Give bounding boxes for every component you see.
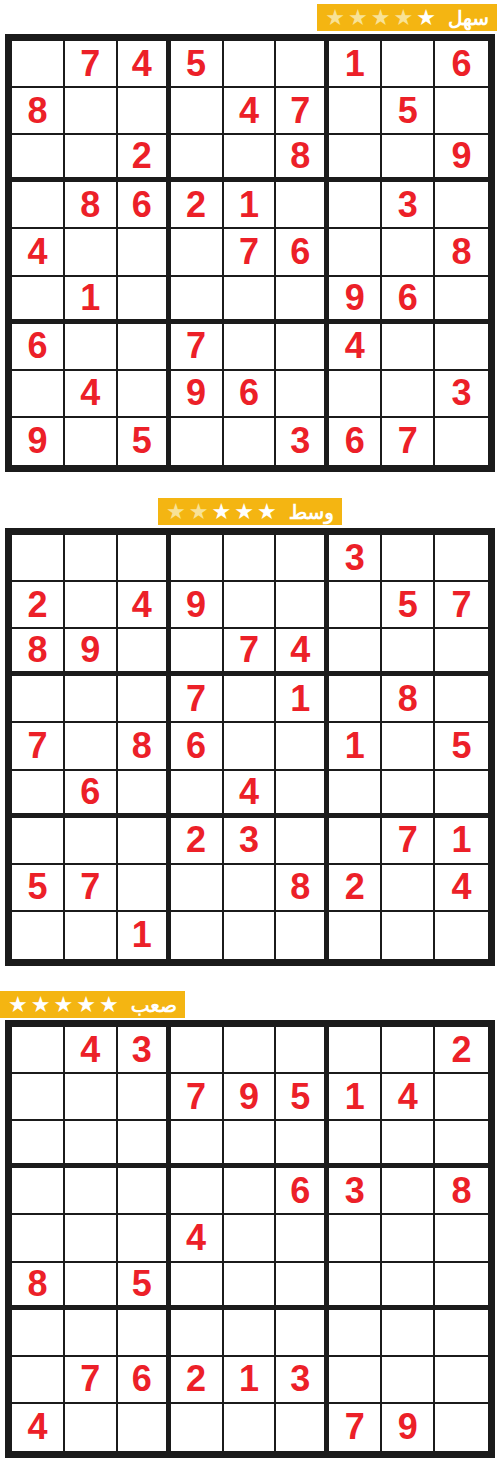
cell-given-r8c2[interactable]: 7 xyxy=(65,1357,118,1404)
cell-empty-r3c7[interactable] xyxy=(329,135,382,182)
star-empty-icon: ★ xyxy=(371,7,391,29)
star-filled-icon: ★ xyxy=(99,994,119,1016)
cell-empty-r7c9[interactable] xyxy=(435,1310,488,1357)
cell-empty-r3c7[interactable] xyxy=(329,629,382,676)
cell-given-r1c4[interactable]: 5 xyxy=(171,41,224,88)
cell-empty-r6c6[interactable] xyxy=(276,771,329,818)
cell-empty-r8c8[interactable] xyxy=(382,1357,435,1404)
cell-empty-r6c3[interactable] xyxy=(118,277,171,324)
cell-empty-r6c5[interactable] xyxy=(224,1263,277,1310)
cell-given-r1c2[interactable]: 7 xyxy=(65,41,118,88)
cell-empty-r6c1[interactable] xyxy=(12,771,65,818)
cell-empty-r5c8[interactable] xyxy=(382,1215,435,1262)
cell-given-r4c6[interactable]: 6 xyxy=(276,1168,329,1215)
puzzle-hard: ★★★★★ صعب 4327951463848576213479 xyxy=(0,991,500,1458)
cell-empty-r1c8[interactable] xyxy=(382,535,435,582)
cell-empty-r7c7[interactable] xyxy=(329,818,382,865)
cell-given-r9c7[interactable]: 6 xyxy=(329,418,382,465)
cell-given-r2c3[interactable]: 4 xyxy=(118,582,171,629)
cell-empty-r1c8[interactable] xyxy=(382,1027,435,1074)
cell-given-r7c9[interactable]: 1 xyxy=(435,818,488,865)
cell-empty-r1c5[interactable] xyxy=(224,1027,277,1074)
cell-empty-r8c8[interactable] xyxy=(382,371,435,418)
cell-empty-r3c2[interactable] xyxy=(65,1121,118,1168)
cell-empty-r7c8[interactable] xyxy=(382,324,435,371)
sudoku-page: ★★★★★ سهل 745168475289862134768196674496… xyxy=(0,4,500,1458)
cell-empty-r3c3[interactable] xyxy=(118,629,171,676)
cell-empty-r4c7[interactable] xyxy=(329,182,382,229)
cell-given-r7c7[interactable]: 4 xyxy=(329,324,382,371)
cell-given-r9c8[interactable]: 7 xyxy=(382,418,435,465)
sudoku-board-medium: 324957897471878615642371578241 xyxy=(5,528,495,966)
cell-empty-r4c2[interactable] xyxy=(65,1168,118,1215)
cell-given-r5c7[interactable]: 1 xyxy=(329,723,382,770)
cell-empty-r5c5[interactable] xyxy=(224,1215,277,1262)
cell-given-r5c9[interactable]: 5 xyxy=(435,723,488,770)
cell-empty-r7c8[interactable] xyxy=(382,1310,435,1357)
cell-given-r2c5[interactable]: 9 xyxy=(224,1074,277,1121)
cell-empty-r3c4[interactable] xyxy=(171,1121,224,1168)
cell-empty-r7c5[interactable] xyxy=(224,1310,277,1357)
cell-empty-r2c5[interactable] xyxy=(224,582,277,629)
cell-empty-r9c7[interactable] xyxy=(329,912,382,959)
cell-empty-r3c2[interactable] xyxy=(65,135,118,182)
cell-empty-r3c5[interactable] xyxy=(224,1121,277,1168)
cell-empty-r1c8[interactable] xyxy=(382,41,435,88)
cell-empty-r9c3[interactable] xyxy=(118,1404,171,1451)
cell-empty-r6c4[interactable] xyxy=(171,277,224,324)
cell-empty-r9c4[interactable] xyxy=(171,418,224,465)
cell-given-r8c2[interactable]: 7 xyxy=(65,865,118,912)
cell-empty-r3c7[interactable] xyxy=(329,1121,382,1168)
cell-empty-r1c6[interactable] xyxy=(276,1027,329,1074)
banner-row-medium: ★★★★★ وسط xyxy=(0,498,500,525)
cell-empty-r4c1[interactable] xyxy=(12,1168,65,1215)
cell-given-r1c7[interactable]: 1 xyxy=(329,41,382,88)
cell-empty-r1c1[interactable] xyxy=(12,535,65,582)
cell-empty-r3c6[interactable] xyxy=(276,1121,329,1168)
puzzle-medium: ★★★★★ وسط 324957897471878615642371578241 xyxy=(0,498,500,966)
cell-empty-r9c5[interactable] xyxy=(224,912,277,959)
cell-empty-r9c2[interactable] xyxy=(65,418,118,465)
cell-empty-r5c8[interactable] xyxy=(382,229,435,276)
cell-empty-r8c7[interactable] xyxy=(329,371,382,418)
cell-empty-r1c6[interactable] xyxy=(276,41,329,88)
star-filled-icon: ★ xyxy=(76,994,96,1016)
cell-empty-r3c5[interactable] xyxy=(224,135,277,182)
cell-empty-r9c5[interactable] xyxy=(224,1404,277,1451)
cell-empty-r5c7[interactable] xyxy=(329,229,382,276)
cell-empty-r4c3[interactable] xyxy=(118,1168,171,1215)
cell-given-r4c6[interactable]: 1 xyxy=(276,676,329,723)
cell-empty-r5c3[interactable] xyxy=(118,229,171,276)
cell-empty-r1c1[interactable] xyxy=(12,41,65,88)
cell-empty-r1c6[interactable] xyxy=(276,535,329,582)
star-empty-icon: ★ xyxy=(348,7,368,29)
cell-empty-r6c6[interactable] xyxy=(276,277,329,324)
cell-empty-r8c9[interactable] xyxy=(435,1357,488,1404)
cell-given-r7c8[interactable]: 7 xyxy=(382,818,435,865)
cell-given-r8c9[interactable]: 4 xyxy=(435,865,488,912)
cell-empty-r4c3[interactable] xyxy=(118,676,171,723)
cell-given-r3c6[interactable]: 8 xyxy=(276,135,329,182)
cell-given-r5c4[interactable]: 6 xyxy=(171,723,224,770)
cell-given-r8c6[interactable]: 8 xyxy=(276,865,329,912)
cell-empty-r2c1[interactable] xyxy=(12,1074,65,1121)
cell-given-r7c5[interactable]: 3 xyxy=(224,818,277,865)
cell-given-r2c4[interactable]: 7 xyxy=(171,1074,224,1121)
cell-empty-r4c6[interactable] xyxy=(276,182,329,229)
cell-given-r6c7[interactable]: 9 xyxy=(329,277,382,324)
banner-row-hard: ★★★★★ صعب xyxy=(0,991,500,1018)
cell-empty-r4c9[interactable] xyxy=(435,182,488,229)
star-filled-icon: ★ xyxy=(8,994,28,1016)
cell-empty-r9c8[interactable] xyxy=(382,912,435,959)
sudoku-board-hard: 4327951463848576213479 xyxy=(5,1020,495,1458)
cell-empty-r5c6[interactable] xyxy=(276,1215,329,1262)
cell-given-r8c1[interactable]: 5 xyxy=(12,865,65,912)
cell-empty-r1c4[interactable] xyxy=(171,535,224,582)
cell-given-r5c3[interactable]: 8 xyxy=(118,723,171,770)
cell-empty-r5c5[interactable] xyxy=(224,723,277,770)
difficulty-label-hard: صعب xyxy=(131,995,177,1015)
cell-given-r8c5[interactable]: 1 xyxy=(224,1357,277,1404)
cell-empty-r3c1[interactable] xyxy=(12,1121,65,1168)
cell-empty-r9c1[interactable] xyxy=(12,912,65,959)
cell-empty-r5c3[interactable] xyxy=(118,1215,171,1262)
cell-empty-r9c5[interactable] xyxy=(224,418,277,465)
cell-given-r2c7[interactable]: 1 xyxy=(329,1074,382,1121)
cell-given-r3c2[interactable]: 9 xyxy=(65,629,118,676)
cell-empty-r4c2[interactable] xyxy=(65,676,118,723)
cell-given-r6c5[interactable]: 4 xyxy=(224,771,277,818)
cell-empty-r6c9[interactable] xyxy=(435,277,488,324)
cell-given-r5c6[interactable]: 6 xyxy=(276,229,329,276)
cell-empty-r4c4[interactable] xyxy=(171,1168,224,1215)
cell-given-r2c8[interactable]: 5 xyxy=(382,88,435,135)
cell-empty-r3c4[interactable] xyxy=(171,135,224,182)
cell-given-r1c2[interactable]: 4 xyxy=(65,1027,118,1074)
cell-empty-r8c8[interactable] xyxy=(382,865,435,912)
cell-given-r8c9[interactable]: 3 xyxy=(435,371,488,418)
cell-empty-r5c2[interactable] xyxy=(65,723,118,770)
star-filled-icon: ★ xyxy=(31,994,51,1016)
cell-empty-r5c7[interactable] xyxy=(329,1215,382,1262)
cell-given-r8c6[interactable]: 3 xyxy=(276,1357,329,1404)
cell-empty-r9c4[interactable] xyxy=(171,912,224,959)
star-empty-icon: ★ xyxy=(166,501,186,523)
cell-given-r2c6[interactable]: 7 xyxy=(276,88,329,135)
cell-empty-r1c4[interactable] xyxy=(171,1027,224,1074)
cell-empty-r9c2[interactable] xyxy=(65,1404,118,1451)
cell-empty-r7c3[interactable] xyxy=(118,324,171,371)
cell-given-r6c3[interactable]: 5 xyxy=(118,1263,171,1310)
cell-given-r3c9[interactable]: 9 xyxy=(435,135,488,182)
cell-empty-r6c1[interactable] xyxy=(12,277,65,324)
cell-given-r7c1[interactable]: 6 xyxy=(12,324,65,371)
cell-empty-r6c5[interactable] xyxy=(224,277,277,324)
cell-empty-r6c8[interactable] xyxy=(382,1263,435,1310)
cell-empty-r3c1[interactable] xyxy=(12,135,65,182)
cell-empty-r1c5[interactable] xyxy=(224,41,277,88)
cell-given-r8c7[interactable]: 2 xyxy=(329,865,382,912)
cell-empty-r4c8[interactable] xyxy=(382,1168,435,1215)
cell-given-r1c9[interactable]: 2 xyxy=(435,1027,488,1074)
cell-empty-r6c8[interactable] xyxy=(382,771,435,818)
cell-given-r8c4[interactable]: 9 xyxy=(171,371,224,418)
cell-empty-r9c2[interactable] xyxy=(65,912,118,959)
cell-empty-r3c9[interactable] xyxy=(435,629,488,676)
cell-given-r1c3[interactable]: 4 xyxy=(118,41,171,88)
cell-empty-r4c1[interactable] xyxy=(12,182,65,229)
cell-empty-r3c3[interactable] xyxy=(118,1121,171,1168)
cell-given-r4c5[interactable]: 1 xyxy=(224,182,277,229)
cell-given-r9c3[interactable]: 5 xyxy=(118,418,171,465)
cell-given-r5c1[interactable]: 4 xyxy=(12,229,65,276)
cell-empty-r2c3[interactable] xyxy=(118,88,171,135)
difficulty-stars-medium: ★★★★★ xyxy=(166,501,280,523)
cell-empty-r5c6[interactable] xyxy=(276,723,329,770)
cell-empty-r3c8[interactable] xyxy=(382,135,435,182)
cell-given-r5c5[interactable]: 7 xyxy=(224,229,277,276)
cell-given-r3c5[interactable]: 7 xyxy=(224,629,277,676)
cell-empty-r1c3[interactable] xyxy=(118,535,171,582)
cell-empty-r6c9[interactable] xyxy=(435,771,488,818)
cell-empty-r7c7[interactable] xyxy=(329,1310,382,1357)
cell-empty-r9c4[interactable] xyxy=(171,1404,224,1451)
cell-given-r9c3[interactable]: 1 xyxy=(118,912,171,959)
cell-given-r9c7[interactable]: 7 xyxy=(329,1404,382,1451)
cell-empty-r2c2[interactable] xyxy=(65,88,118,135)
cell-given-r5c1[interactable]: 7 xyxy=(12,723,65,770)
cell-given-r8c5[interactable]: 6 xyxy=(224,371,277,418)
cell-empty-r7c5[interactable] xyxy=(224,324,277,371)
cell-empty-r1c7[interactable] xyxy=(329,1027,382,1074)
cell-given-r6c2[interactable]: 1 xyxy=(65,277,118,324)
cell-given-r1c9[interactable]: 6 xyxy=(435,41,488,88)
cell-empty-r4c9[interactable] xyxy=(435,676,488,723)
cell-empty-r4c5[interactable] xyxy=(224,1168,277,1215)
cell-empty-r7c2[interactable] xyxy=(65,1310,118,1357)
cell-given-r2c8[interactable]: 5 xyxy=(382,582,435,629)
cell-empty-r7c6[interactable] xyxy=(276,324,329,371)
cell-empty-r8c1[interactable] xyxy=(12,1357,65,1404)
cell-empty-r2c9[interactable] xyxy=(435,1074,488,1121)
cell-empty-r6c7[interactable] xyxy=(329,1263,382,1310)
cell-given-r2c1[interactable]: 8 xyxy=(12,88,65,135)
cell-empty-r6c4[interactable] xyxy=(171,1263,224,1310)
cell-given-r9c1[interactable]: 9 xyxy=(12,418,65,465)
cell-empty-r7c1[interactable] xyxy=(12,818,65,865)
cell-given-r7c4[interactable]: 7 xyxy=(171,324,224,371)
cell-empty-r3c4[interactable] xyxy=(171,629,224,676)
cell-given-r7c4[interactable]: 2 xyxy=(171,818,224,865)
cell-given-r2c9[interactable]: 7 xyxy=(435,582,488,629)
cell-given-r9c6[interactable]: 3 xyxy=(276,418,329,465)
cell-empty-r6c4[interactable] xyxy=(171,771,224,818)
star-filled-icon: ★ xyxy=(211,501,231,523)
cell-given-r2c1[interactable]: 2 xyxy=(12,582,65,629)
cell-empty-r9c6[interactable] xyxy=(276,1404,329,1451)
cell-empty-r3c8[interactable] xyxy=(382,629,435,676)
cell-empty-r1c5[interactable] xyxy=(224,535,277,582)
cell-empty-r2c6[interactable] xyxy=(276,582,329,629)
cell-given-r3c6[interactable]: 4 xyxy=(276,629,329,676)
cell-empty-r5c9[interactable] xyxy=(435,1215,488,1262)
cell-given-r8c3[interactable]: 6 xyxy=(118,1357,171,1404)
cell-given-r9c8[interactable]: 9 xyxy=(382,1404,435,1451)
cell-given-r4c3[interactable]: 6 xyxy=(118,182,171,229)
difficulty-stars-easy: ★★★★★ xyxy=(325,7,439,29)
cell-given-r6c1[interactable]: 8 xyxy=(12,1263,65,1310)
difficulty-label-medium: وسط xyxy=(289,502,334,522)
cell-empty-r7c3[interactable] xyxy=(118,1310,171,1357)
cell-given-r4c2[interactable]: 8 xyxy=(65,182,118,229)
star-empty-icon: ★ xyxy=(393,7,413,29)
banner-row-easy: ★★★★★ سهل xyxy=(0,4,500,31)
cell-empty-r7c3[interactable] xyxy=(118,818,171,865)
cell-given-r4c7[interactable]: 3 xyxy=(329,1168,382,1215)
cell-given-r4c9[interactable]: 8 xyxy=(435,1168,488,1215)
cell-given-r4c8[interactable]: 3 xyxy=(382,182,435,229)
cell-given-r8c4[interactable]: 2 xyxy=(171,1357,224,1404)
cell-empty-r7c2[interactable] xyxy=(65,324,118,371)
cell-empty-r6c3[interactable] xyxy=(118,771,171,818)
cell-empty-r5c4[interactable] xyxy=(171,229,224,276)
star-empty-icon: ★ xyxy=(189,501,209,523)
sudoku-board-easy: 745168475289862134768196674496395367 xyxy=(5,34,495,472)
cell-empty-r8c6[interactable] xyxy=(276,371,329,418)
cell-empty-r3c9[interactable] xyxy=(435,1121,488,1168)
cell-empty-r9c9[interactable] xyxy=(435,912,488,959)
cell-empty-r2c2[interactable] xyxy=(65,1074,118,1121)
cell-empty-r8c7[interactable] xyxy=(329,1357,382,1404)
cell-empty-r9c9[interactable] xyxy=(435,1404,488,1451)
cell-empty-r8c3[interactable] xyxy=(118,865,171,912)
puzzle-easy: ★★★★★ سهل 745168475289862134768196674496… xyxy=(0,4,500,472)
cell-empty-r8c4[interactable] xyxy=(171,865,224,912)
cell-empty-r5c1[interactable] xyxy=(12,1215,65,1262)
difficulty-label-easy: سهل xyxy=(448,8,489,28)
cell-given-r5c4[interactable]: 4 xyxy=(171,1215,224,1262)
cell-given-r1c3[interactable]: 3 xyxy=(118,1027,171,1074)
difficulty-banner-medium: ★★★★★ وسط xyxy=(158,498,342,525)
cell-given-r4c8[interactable]: 8 xyxy=(382,676,435,723)
cell-empty-r7c6[interactable] xyxy=(276,818,329,865)
cell-given-r2c6[interactable]: 5 xyxy=(276,1074,329,1121)
cell-empty-r2c4[interactable] xyxy=(171,88,224,135)
cell-empty-r9c6[interactable] xyxy=(276,912,329,959)
cell-given-r5c9[interactable]: 8 xyxy=(435,229,488,276)
cell-empty-r1c2[interactable] xyxy=(65,535,118,582)
cell-empty-r2c7[interactable] xyxy=(329,582,382,629)
cell-empty-r6c7[interactable] xyxy=(329,771,382,818)
cell-empty-r2c2[interactable] xyxy=(65,582,118,629)
cell-empty-r7c1[interactable] xyxy=(12,1310,65,1357)
difficulty-stars-hard: ★★★★★ xyxy=(8,994,122,1016)
cell-empty-r6c9[interactable] xyxy=(435,1263,488,1310)
cell-empty-r1c9[interactable] xyxy=(435,535,488,582)
cell-given-r9c1[interactable]: 4 xyxy=(12,1404,65,1451)
cell-given-r4c4[interactable]: 2 xyxy=(171,182,224,229)
cell-empty-r2c7[interactable] xyxy=(329,88,382,135)
difficulty-banner-easy: ★★★★★ سهل xyxy=(317,4,497,31)
cell-given-r2c4[interactable]: 9 xyxy=(171,582,224,629)
star-filled-icon: ★ xyxy=(53,994,73,1016)
cell-given-r8c2[interactable]: 4 xyxy=(65,371,118,418)
star-filled-icon: ★ xyxy=(416,7,436,29)
cell-empty-r1c1[interactable] xyxy=(12,1027,65,1074)
cell-empty-r5c8[interactable] xyxy=(382,723,435,770)
cell-empty-r2c3[interactable] xyxy=(118,1074,171,1121)
star-filled-icon: ★ xyxy=(234,501,254,523)
cell-empty-r6c6[interactable] xyxy=(276,1263,329,1310)
cell-empty-r4c7[interactable] xyxy=(329,676,382,723)
cell-given-r2c8[interactable]: 4 xyxy=(382,1074,435,1121)
cell-empty-r2c9[interactable] xyxy=(435,88,488,135)
cell-empty-r8c1[interactable] xyxy=(12,371,65,418)
cell-given-r4c4[interactable]: 7 xyxy=(171,676,224,723)
cell-empty-r9c9[interactable] xyxy=(435,418,488,465)
difficulty-banner-hard: ★★★★★ صعب xyxy=(0,991,185,1018)
cell-given-r3c3[interactable]: 2 xyxy=(118,135,171,182)
cell-empty-r8c3[interactable] xyxy=(118,371,171,418)
cell-empty-r4c1[interactable] xyxy=(12,676,65,723)
cell-empty-r5c2[interactable] xyxy=(65,229,118,276)
star-empty-icon: ★ xyxy=(325,7,345,29)
cell-empty-r7c6[interactable] xyxy=(276,1310,329,1357)
cell-empty-r7c2[interactable] xyxy=(65,818,118,865)
cell-given-r6c2[interactable]: 6 xyxy=(65,771,118,818)
cell-given-r6c8[interactable]: 6 xyxy=(382,277,435,324)
cell-given-r3c1[interactable]: 8 xyxy=(12,629,65,676)
cell-given-r1c7[interactable]: 3 xyxy=(329,535,382,582)
cell-empty-r8c5[interactable] xyxy=(224,865,277,912)
cell-empty-r7c4[interactable] xyxy=(171,1310,224,1357)
cell-given-r2c5[interactable]: 4 xyxy=(224,88,277,135)
star-filled-icon: ★ xyxy=(257,501,277,523)
cell-empty-r6c2[interactable] xyxy=(65,1263,118,1310)
cell-empty-r7c9[interactable] xyxy=(435,324,488,371)
cell-empty-r4c5[interactable] xyxy=(224,676,277,723)
cell-empty-r3c8[interactable] xyxy=(382,1121,435,1168)
cell-empty-r5c2[interactable] xyxy=(65,1215,118,1262)
